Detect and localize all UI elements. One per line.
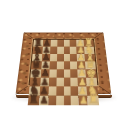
chess-board-frame: ♜♟♟♜♞♟♟♞♝♟♟♝♛♟♟♛♚♟♟♚♝♟♟♝♞♟♟♞♜♟♟♜	[16, 33, 112, 94]
white-rook-piece[interactable]: ♜	[88, 93, 99, 105]
board-square[interactable]	[56, 87, 64, 96]
board-square[interactable]	[56, 78, 63, 87]
board-tilt-wrapper: ♜♟♟♜♞♟♟♞♝♟♟♝♛♟♟♛♚♟♟♚♝♟♟♝♞♟♟♞♜♟♟♜	[16, 33, 112, 94]
chess-board: ♜♟♟♜♞♟♟♞♝♟♟♝♛♟♟♛♚♟♟♚♝♟♟♝♞♟♟♞♜♟♟♜	[29, 39, 99, 85]
black-rook-piece[interactable]: ♜	[28, 93, 39, 105]
board-square[interactable]	[63, 96, 71, 106]
board-square[interactable]: ♟	[78, 96, 88, 106]
board-square[interactable]	[49, 69, 56, 77]
board-square[interactable]: ♜	[28, 96, 40, 106]
board-square[interactable]	[56, 69, 63, 77]
board-square[interactable]	[63, 69, 70, 77]
board-square[interactable]	[56, 96, 64, 106]
white-pawn-piece[interactable]: ♟	[79, 96, 88, 106]
board-square[interactable]: ♟	[39, 96, 49, 106]
black-pawn-piece[interactable]: ♟	[39, 96, 48, 106]
frame-corner-seam	[15, 86, 28, 95]
board-square[interactable]: ♜	[87, 96, 99, 106]
frame-corner-seam	[24, 32, 34, 39]
frame-corner-seam	[94, 32, 104, 39]
board-square[interactable]	[57, 54, 64, 62]
chess-set-photo: ♜♟♟♜♞♟♟♞♝♟♟♝♛♟♟♛♚♟♟♚♝♟♟♝♞♟♟♞♜♟♟♜	[0, 0, 128, 128]
board-square[interactable]	[57, 62, 64, 70]
frame-corner-seam	[98, 86, 111, 95]
